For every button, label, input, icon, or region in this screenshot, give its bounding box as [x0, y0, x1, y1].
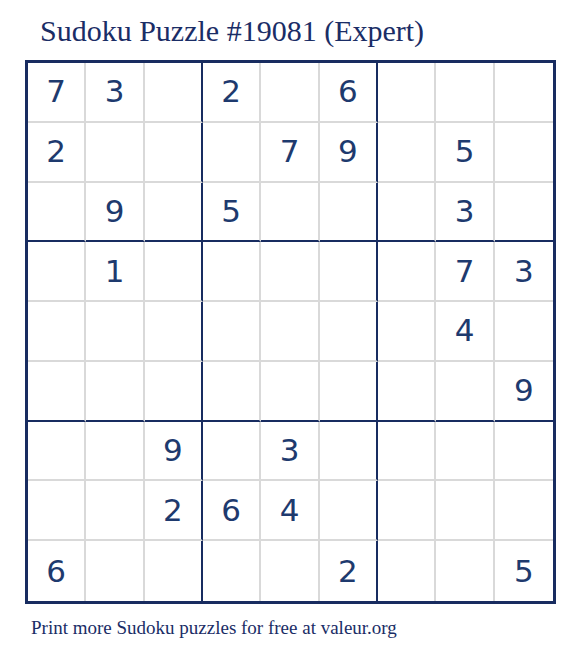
given-digit: 3 — [455, 196, 475, 227]
given-digit: 9 — [338, 136, 358, 167]
cell-r7c4 — [203, 422, 261, 482]
given-digit: 9 — [514, 375, 534, 406]
cell-r6c5 — [261, 362, 319, 422]
cell-r5c8: 4 — [436, 302, 494, 362]
cell-r5c7 — [378, 302, 436, 362]
cell-r2c4 — [203, 123, 261, 183]
cell-r6c6 — [320, 362, 378, 422]
given-digit: 7 — [455, 256, 475, 287]
cell-r8c2 — [86, 481, 144, 541]
cell-r9c1: 6 — [28, 541, 86, 601]
cell-r4c1 — [28, 242, 86, 302]
cell-r1c8 — [436, 63, 494, 123]
cell-r5c9 — [495, 302, 553, 362]
page-title: Sudoku Puzzle #19081 (Expert) — [40, 14, 424, 48]
cell-r3c2: 9 — [86, 183, 144, 243]
cell-r4c9: 3 — [495, 242, 553, 302]
cell-r5c1 — [28, 302, 86, 362]
cell-r1c6: 6 — [320, 63, 378, 123]
cell-r8c5: 4 — [261, 481, 319, 541]
given-digit: 6 — [338, 76, 358, 107]
cell-r4c4 — [203, 242, 261, 302]
given-digit: 1 — [105, 256, 125, 287]
cell-r5c4 — [203, 302, 261, 362]
cell-r5c2 — [86, 302, 144, 362]
cell-r3c8: 3 — [436, 183, 494, 243]
cell-r8c6 — [320, 481, 378, 541]
cell-r9c8 — [436, 541, 494, 601]
given-digit: 9 — [163, 435, 183, 466]
cell-r9c4 — [203, 541, 261, 601]
footer-text: Print more Sudoku puzzles for free at va… — [31, 616, 397, 640]
given-digit: 3 — [280, 435, 300, 466]
cell-r7c9 — [495, 422, 553, 482]
cell-r6c2 — [86, 362, 144, 422]
cell-r1c7 — [378, 63, 436, 123]
cell-r8c9 — [495, 481, 553, 541]
given-digit: 3 — [105, 76, 125, 107]
cell-r9c9: 5 — [495, 541, 553, 601]
cell-r1c4: 2 — [203, 63, 261, 123]
cell-r1c3 — [145, 63, 203, 123]
cell-r3c5 — [261, 183, 319, 243]
cell-r4c7 — [378, 242, 436, 302]
cell-r8c8 — [436, 481, 494, 541]
given-digit: 4 — [455, 315, 475, 346]
given-digit: 2 — [221, 76, 241, 107]
cell-r8c3: 2 — [145, 481, 203, 541]
cell-r9c2 — [86, 541, 144, 601]
given-digit: 6 — [46, 556, 66, 587]
cell-r5c3 — [145, 302, 203, 362]
cell-r9c6: 2 — [320, 541, 378, 601]
cell-r3c6 — [320, 183, 378, 243]
cell-r4c3 — [145, 242, 203, 302]
cell-r7c3: 9 — [145, 422, 203, 482]
cell-r3c7 — [378, 183, 436, 243]
cell-r2c2 — [86, 123, 144, 183]
cell-r4c2: 1 — [86, 242, 144, 302]
cell-r2c3 — [145, 123, 203, 183]
sudoku-page: Sudoku Puzzle #19081 (Expert) 7326279595… — [0, 0, 580, 651]
given-digit: 3 — [514, 256, 534, 287]
cell-r6c3 — [145, 362, 203, 422]
cell-r4c5 — [261, 242, 319, 302]
cell-r1c5 — [261, 63, 319, 123]
cell-r6c9: 9 — [495, 362, 553, 422]
cell-r8c1 — [28, 481, 86, 541]
given-digit: 4 — [280, 495, 300, 526]
cell-r9c7 — [378, 541, 436, 601]
cell-r6c4 — [203, 362, 261, 422]
cell-r3c1 — [28, 183, 86, 243]
cell-r7c5: 3 — [261, 422, 319, 482]
cell-r8c4: 6 — [203, 481, 261, 541]
cell-r7c7 — [378, 422, 436, 482]
cell-r6c7 — [378, 362, 436, 422]
cell-r8c7 — [378, 481, 436, 541]
cell-r2c9 — [495, 123, 553, 183]
given-digit: 6 — [221, 495, 241, 526]
sudoku-board: 732627959531734993264625 — [25, 60, 556, 604]
cell-r7c1 — [28, 422, 86, 482]
given-digit: 2 — [46, 136, 66, 167]
cell-r9c5 — [261, 541, 319, 601]
cell-r1c9 — [495, 63, 553, 123]
cell-r1c2: 3 — [86, 63, 144, 123]
cell-r6c1 — [28, 362, 86, 422]
given-digit: 5 — [514, 556, 534, 587]
cell-r2c5: 7 — [261, 123, 319, 183]
cell-r7c2 — [86, 422, 144, 482]
given-digit: 2 — [338, 556, 358, 587]
cell-r3c9 — [495, 183, 553, 243]
given-digit: 5 — [455, 136, 475, 167]
given-digit: 2 — [163, 495, 183, 526]
cell-r4c8: 7 — [436, 242, 494, 302]
cell-r6c8 — [436, 362, 494, 422]
cell-r3c4: 5 — [203, 183, 261, 243]
cell-r2c7 — [378, 123, 436, 183]
cell-r7c8 — [436, 422, 494, 482]
cell-r9c3 — [145, 541, 203, 601]
given-digit: 7 — [46, 76, 66, 107]
cell-r2c1: 2 — [28, 123, 86, 183]
given-digit: 9 — [105, 196, 125, 227]
cell-r3c3 — [145, 183, 203, 243]
cell-r4c6 — [320, 242, 378, 302]
cell-r7c6 — [320, 422, 378, 482]
cell-r5c6 — [320, 302, 378, 362]
cell-r2c6: 9 — [320, 123, 378, 183]
given-digit: 5 — [221, 196, 241, 227]
given-digit: 7 — [280, 136, 300, 167]
cell-r5c5 — [261, 302, 319, 362]
cell-r1c1: 7 — [28, 63, 86, 123]
cell-r2c8: 5 — [436, 123, 494, 183]
